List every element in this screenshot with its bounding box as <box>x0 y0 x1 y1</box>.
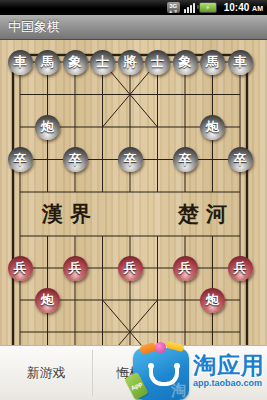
bottom-toolbar: 新游戏 悔棋 淘 App 淘应用 app.taobao.com <box>0 345 267 400</box>
new-game-button[interactable]: 新游戏 <box>0 346 92 400</box>
piece-black-chariot[interactable]: 車 <box>8 50 33 75</box>
piece-black-elephant[interactable]: 象 <box>63 50 88 75</box>
piece-black-general[interactable]: 將 <box>118 50 143 75</box>
charging-bolt-icon: ⚡ <box>205 4 210 11</box>
piece-red-cannon[interactable]: 炮 <box>200 288 225 313</box>
river-label-chuhe: 楚河 <box>178 200 234 228</box>
app-title-bar: 中国象棋 <box>0 15 267 40</box>
app-title: 中国象棋 <box>8 19 60 34</box>
taobao-ad-banner[interactable]: 淘 App 淘应用 app.taobao.com <box>130 346 267 400</box>
piece-black-advisor[interactable]: 士 <box>145 50 170 75</box>
taobao-appstore-icon[interactable]: 淘 App <box>133 348 189 400</box>
piece-black-cannon[interactable]: 炮 <box>200 115 225 140</box>
piece-red-soldier[interactable]: 兵 <box>173 256 198 281</box>
piece-black-soldier[interactable]: 卒 <box>8 147 33 172</box>
piece-red-soldier[interactable]: 兵 <box>118 256 143 281</box>
river-label-hanjie: 漢界 <box>42 200 98 228</box>
piece-black-soldier[interactable]: 卒 <box>118 147 143 172</box>
tao-watermark: 淘 <box>171 381 186 400</box>
phone-screen: 3G ▲▼ ⚡ 10:40 AM 中国象棋 <box>0 0 267 400</box>
ad-url[interactable]: app.taobao.com <box>193 378 267 389</box>
status-bar: 3G ▲▼ ⚡ 10:40 AM <box>0 0 267 15</box>
piece-black-horse[interactable]: 馬 <box>35 50 60 75</box>
piece-black-horse[interactable]: 馬 <box>200 50 225 75</box>
piece-black-chariot[interactable]: 車 <box>228 50 253 75</box>
battery-charging-icon: ⚡ <box>199 2 217 13</box>
piece-black-soldier[interactable]: 卒 <box>63 147 88 172</box>
piece-black-soldier[interactable]: 卒 <box>173 147 198 172</box>
piece-red-soldier[interactable]: 兵 <box>63 256 88 281</box>
piece-red-cannon[interactable]: 炮 <box>35 288 60 313</box>
piece-red-soldier[interactable]: 兵 <box>8 256 33 281</box>
piece-red-soldier[interactable]: 兵 <box>228 256 253 281</box>
data-arrows-icon: ▲▼ <box>167 10 180 13</box>
piece-black-elephant[interactable]: 象 <box>173 50 198 75</box>
status-clock: 10:40 AM <box>224 2 263 13</box>
3g-network-icon: 3G ▲▼ <box>167 2 180 13</box>
piece-black-cannon[interactable]: 炮 <box>35 115 60 140</box>
ad-text-block[interactable]: 淘应用 app.taobao.com <box>193 352 267 389</box>
piece-black-advisor[interactable]: 士 <box>90 50 115 75</box>
ad-app-name[interactable]: 淘应用 <box>193 352 267 378</box>
piece-black-soldier[interactable]: 卒 <box>228 147 253 172</box>
bag-item-pink <box>155 342 166 353</box>
xiangqi-board[interactable]: 漢界 楚河 車馬象士將士象馬車炮炮卒卒卒卒卒兵兵兵兵兵炮炮車馬相仕帥仕相馬車 <box>0 40 267 345</box>
signal-strength-icon <box>184 2 195 13</box>
